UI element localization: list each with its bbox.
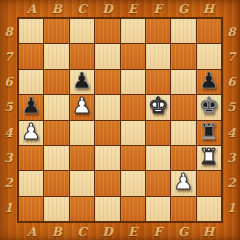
square-a7[interactable]: [19, 44, 43, 68]
square-b8[interactable]: [44, 19, 68, 43]
rank-label-4-left: 4: [0, 120, 17, 145]
rank-label-5-right: 5: [223, 95, 240, 120]
square-e2[interactable]: [121, 171, 145, 195]
file-label-b-bottom: B: [44, 223, 69, 240]
square-b1[interactable]: [44, 197, 68, 221]
square-b4[interactable]: [44, 121, 68, 145]
square-b5[interactable]: [44, 95, 68, 119]
square-d7[interactable]: [95, 44, 119, 68]
square-a3[interactable]: [19, 146, 43, 170]
white-king[interactable]: ♚: [148, 95, 168, 117]
rank-label-7-right: 7: [223, 44, 240, 69]
file-label-h-top: H: [196, 0, 221, 17]
file-label-c-bottom: C: [70, 223, 95, 240]
file-label-c-top: C: [70, 0, 95, 17]
square-h7[interactable]: [197, 44, 221, 68]
file-label-g-bottom: G: [171, 223, 196, 240]
square-g1[interactable]: [171, 197, 195, 221]
square-b2[interactable]: [44, 171, 68, 195]
square-g5[interactable]: [171, 95, 195, 119]
square-c2[interactable]: [70, 171, 94, 195]
rank-label-8-left: 8: [0, 19, 17, 44]
square-d5[interactable]: [95, 95, 119, 119]
square-b6[interactable]: [44, 70, 68, 94]
file-label-e-bottom: E: [120, 223, 145, 240]
square-c6[interactable]: ♟: [70, 70, 94, 94]
square-h8[interactable]: [197, 19, 221, 43]
square-a6[interactable]: [19, 70, 43, 94]
file-labels-top: ABCDEFGH: [19, 0, 221, 17]
file-label-g-top: G: [171, 0, 196, 17]
square-d2[interactable]: [95, 171, 119, 195]
square-e1[interactable]: [121, 197, 145, 221]
file-labels-bottom: ABCDEFGH: [19, 223, 221, 240]
black-pawn[interactable]: ♟: [72, 70, 92, 92]
square-c8[interactable]: [70, 19, 94, 43]
square-d8[interactable]: [95, 19, 119, 43]
rank-label-7-left: 7: [0, 44, 17, 69]
square-h6[interactable]: ♟: [197, 70, 221, 94]
rank-label-6-right: 6: [223, 70, 240, 95]
square-g2[interactable]: ♟: [171, 171, 195, 195]
rank-label-2-left: 2: [0, 171, 17, 196]
chess-board[interactable]: ♟♟♟♟♚♚♟♜♜♟: [17, 17, 223, 223]
black-pawn[interactable]: ♟: [21, 95, 41, 117]
square-c7[interactable]: [70, 44, 94, 68]
white-rook[interactable]: ♜: [199, 146, 219, 168]
square-e6[interactable]: [121, 70, 145, 94]
file-label-h-bottom: H: [196, 223, 221, 240]
rank-label-5-left: 5: [0, 95, 17, 120]
square-f7[interactable]: [146, 44, 170, 68]
square-c4[interactable]: [70, 121, 94, 145]
square-g6[interactable]: [171, 70, 195, 94]
square-a1[interactable]: [19, 197, 43, 221]
file-label-d-bottom: D: [95, 223, 120, 240]
chess-board-frame: ABCDEFGH ABCDEFGH 87654321 87654321 ♟♟♟♟…: [0, 0, 240, 240]
file-label-a-bottom: A: [19, 223, 44, 240]
rank-labels-left: 87654321: [0, 19, 17, 221]
square-b7[interactable]: [44, 44, 68, 68]
file-label-b-top: B: [44, 0, 69, 17]
file-label-f-top: F: [145, 0, 170, 17]
square-h1[interactable]: [197, 197, 221, 221]
black-king[interactable]: ♚: [199, 95, 219, 117]
square-e4[interactable]: [121, 121, 145, 145]
square-f4[interactable]: [146, 121, 170, 145]
square-c3[interactable]: [70, 146, 94, 170]
square-h5[interactable]: ♚: [197, 95, 221, 119]
square-h4[interactable]: ♜: [197, 121, 221, 145]
file-label-e-top: E: [120, 0, 145, 17]
square-f6[interactable]: [146, 70, 170, 94]
black-pawn[interactable]: ♟: [199, 70, 219, 92]
square-f2[interactable]: [146, 171, 170, 195]
white-pawn[interactable]: ♟: [72, 95, 92, 117]
square-d3[interactable]: [95, 146, 119, 170]
white-pawn[interactable]: ♟: [174, 171, 194, 193]
square-d1[interactable]: [95, 197, 119, 221]
black-rook[interactable]: ♜: [199, 121, 219, 143]
square-c1[interactable]: [70, 197, 94, 221]
rank-label-1-right: 1: [223, 196, 240, 221]
square-g8[interactable]: [171, 19, 195, 43]
square-g7[interactable]: [171, 44, 195, 68]
square-d6[interactable]: [95, 70, 119, 94]
square-e7[interactable]: [121, 44, 145, 68]
square-f5[interactable]: ♚: [146, 95, 170, 119]
white-pawn[interactable]: ♟: [21, 121, 41, 143]
square-d4[interactable]: [95, 121, 119, 145]
rank-label-8-right: 8: [223, 19, 240, 44]
square-g3[interactable]: [171, 146, 195, 170]
square-a8[interactable]: [19, 19, 43, 43]
square-e3[interactable]: [121, 146, 145, 170]
square-a4[interactable]: ♟: [19, 121, 43, 145]
square-a2[interactable]: [19, 171, 43, 195]
rank-label-3-left: 3: [0, 145, 17, 170]
square-e5[interactable]: [121, 95, 145, 119]
rank-label-1-left: 1: [0, 196, 17, 221]
square-b3[interactable]: [44, 146, 68, 170]
file-label-d-top: D: [95, 0, 120, 17]
rank-label-2-right: 2: [223, 171, 240, 196]
rank-label-6-left: 6: [0, 70, 17, 95]
square-a5[interactable]: ♟: [19, 95, 43, 119]
rank-labels-right: 87654321: [223, 19, 240, 221]
square-h2[interactable]: [197, 171, 221, 195]
square-h3[interactable]: ♜: [197, 146, 221, 170]
square-f1[interactable]: [146, 197, 170, 221]
file-label-a-top: A: [19, 0, 44, 17]
square-f8[interactable]: [146, 19, 170, 43]
square-g4[interactable]: [171, 121, 195, 145]
rank-label-3-right: 3: [223, 145, 240, 170]
square-c5[interactable]: ♟: [70, 95, 94, 119]
rank-label-4-right: 4: [223, 120, 240, 145]
square-e8[interactable]: [121, 19, 145, 43]
square-f3[interactable]: [146, 146, 170, 170]
file-label-f-bottom: F: [145, 223, 170, 240]
